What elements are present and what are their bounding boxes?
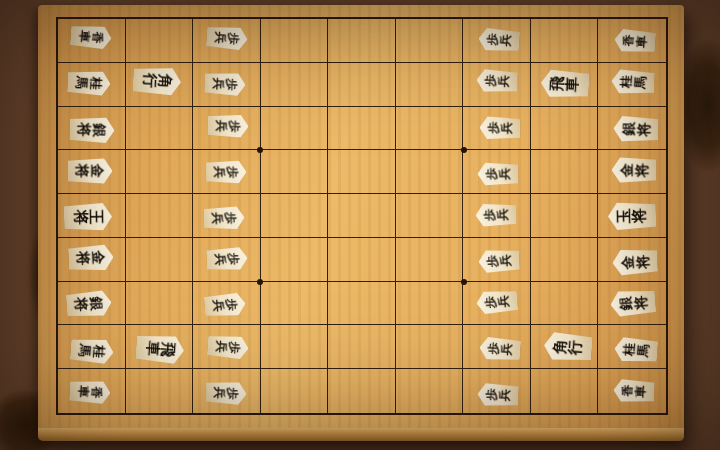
board-cell[interactable] [126,150,194,194]
piece-kanji: 金 [620,163,634,177]
board-cell[interactable] [396,369,464,413]
piece-kanji: 銀 [92,123,107,137]
board-cell[interactable] [531,150,599,194]
piece-kanji: 兵 [496,209,509,221]
board-cell[interactable] [261,63,329,107]
piece-kanji: 将 [634,163,648,177]
board-cell[interactable] [328,325,396,369]
board-cell[interactable] [396,107,464,151]
piece-kanji: 歩 [484,209,497,221]
piece-kanji: 将 [635,255,650,270]
board-cell[interactable] [126,369,194,413]
board-cell[interactable] [531,19,599,63]
piece-kanji: 兵 [498,168,510,180]
board-cell[interactable] [396,150,464,194]
board-cell[interactable] [328,282,396,326]
board-cell[interactable] [126,194,194,238]
shogi-board: 香車桂馬銀将金将王将金将銀将桂馬香車角行飛車歩兵歩兵歩兵歩兵歩兵歩兵歩兵歩兵歩兵… [38,5,684,441]
piece-kanji: 兵 [214,166,226,178]
board-cell[interactable] [328,369,396,413]
piece-kanji: 車 [144,340,160,356]
piece-kanji: 金 [620,255,635,270]
board-cell[interactable] [126,107,194,151]
piece-kanji: 歩 [226,166,238,178]
piece-kanji: 桂 [89,77,103,91]
piece-kanji: 将 [78,122,93,136]
board-cell[interactable] [126,238,194,282]
board-cell[interactable] [531,238,599,282]
piece-kanji: 銀 [88,296,103,311]
piece-kanji: 歩 [228,341,241,354]
piece-kanji: 兵 [212,212,225,224]
board-surface: 香車桂馬銀将金将王将金将銀将桂馬香車角行飛車歩兵歩兵歩兵歩兵歩兵歩兵歩兵歩兵歩兵… [38,5,684,428]
board-cell[interactable] [328,150,396,194]
board-cell[interactable] [261,238,329,282]
board-cell[interactable] [261,107,329,151]
board-cell[interactable] [328,238,396,282]
piece-kanji: 歩 [488,121,501,133]
board-cell[interactable] [396,194,464,238]
piece-kanji: 兵 [212,78,225,91]
piece-kanji: 王 [88,209,104,224]
piece-kanji: 歩 [227,32,240,45]
piece-kanji: 馬 [75,76,89,90]
piece-kanji: 歩 [486,168,498,180]
board-cell[interactable] [328,19,396,63]
piece-kanji: 歩 [224,212,237,224]
piece-kanji: 兵 [215,340,228,353]
piece-kanji: 将 [76,251,91,266]
star-point [257,279,263,285]
piece-kanji: 兵 [212,299,225,312]
board-cell[interactable] [396,63,464,107]
piece-kanji: 馬 [636,343,650,357]
piece-kanji: 銀 [622,121,637,135]
piece-kanji: 将 [636,122,651,136]
board-cell[interactable] [396,19,464,63]
piece-kanji: 兵 [497,75,510,88]
piece-kanji: 香 [91,31,104,44]
piece-kanji: 桂 [92,344,106,358]
table-background: 香車桂馬銀将金将王将金将銀将桂馬香車角行飛車歩兵歩兵歩兵歩兵歩兵歩兵歩兵歩兵歩兵… [0,0,720,450]
piece-kanji: 兵 [214,31,227,44]
piece-kanji: 将 [73,210,89,225]
board-cell[interactable] [531,107,599,151]
piece-kanji: 将 [76,164,90,178]
piece-kanji: 行 [141,73,157,89]
board-cell[interactable] [328,63,396,107]
piece-kanji: 兵 [213,386,226,399]
piece-kanji: 馬 [78,343,92,357]
board-cell[interactable] [261,194,329,238]
board-cell[interactable] [396,282,464,326]
piece-kanji: 金 [91,251,106,266]
board-cell[interactable] [261,19,329,63]
piece-kanji: 馬 [633,76,647,90]
piece-kanji: 車 [635,35,648,48]
piece-kanji: 金 [90,164,104,178]
piece-kanji: 兵 [214,253,227,266]
board-cell[interactable] [126,19,194,63]
wood-knot [678,40,720,170]
piece-kanji: 兵 [499,34,512,47]
board-cell[interactable] [328,107,396,151]
piece-kanji: 歩 [225,78,238,91]
board-cell[interactable] [261,282,329,326]
board-cell[interactable] [328,194,396,238]
piece-kanji: 将 [74,297,89,312]
piece-kanji: 行 [567,339,583,355]
board-cell[interactable] [531,282,599,326]
piece-kanji: 車 [634,385,647,398]
piece-kanji: 車 [78,30,91,43]
piece-kanji: 兵 [216,119,229,131]
piece-kanji: 車 [565,77,581,93]
piece-kanji: 兵 [500,122,513,134]
piece-kanji: 車 [77,385,90,398]
board-cell[interactable] [396,325,464,369]
piece-kanji: 歩 [226,387,239,400]
piece-kanji: 歩 [227,253,240,266]
piece-kanji: 香 [90,386,103,399]
star-point [461,147,467,153]
board-cell[interactable] [531,369,599,413]
board-front-edge [38,428,684,441]
piece-kanji: 歩 [225,299,238,312]
piece-kanji: 将 [632,208,648,223]
board-cell[interactable] [126,282,194,326]
piece-kanji: 将 [632,295,647,310]
star-point [257,147,263,153]
board-cell[interactable] [531,194,599,238]
piece-kanji: 兵 [498,389,511,402]
board-cell[interactable] [261,150,329,194]
piece-kanji: 兵 [500,343,513,356]
piece-kanji: 歩 [228,120,241,132]
piece-kanji: 兵 [499,255,512,268]
star-point [461,279,467,285]
board-cell[interactable] [396,238,464,282]
piece-kanji: 兵 [497,296,510,309]
board-cell[interactable] [261,369,329,413]
board-cell[interactable] [261,325,329,369]
